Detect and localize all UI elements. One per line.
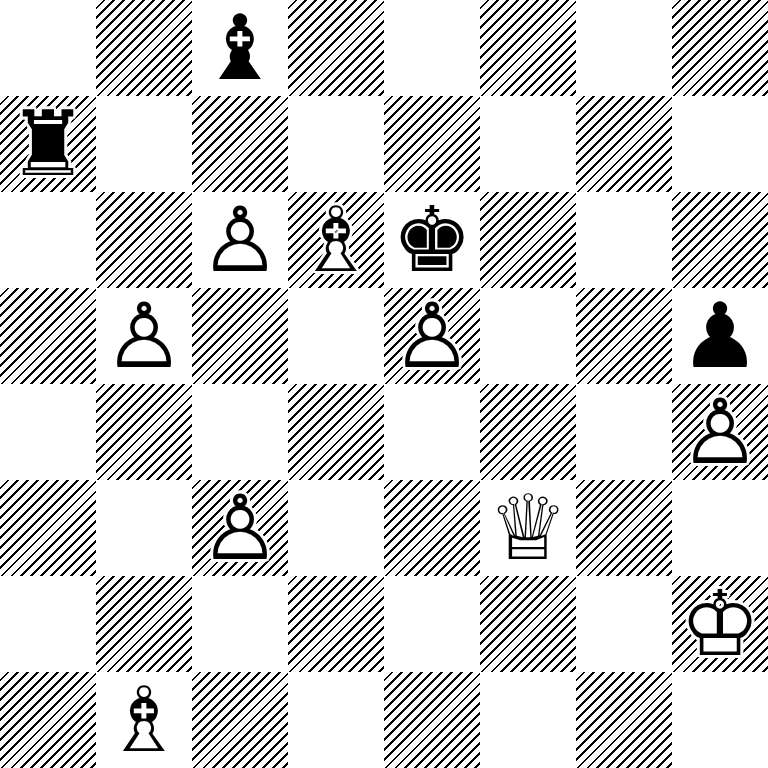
piece-black-bishop-c8: ♝ [192, 0, 288, 96]
square-b6[interactable] [96, 192, 192, 288]
square-c6[interactable]: ♟♙ [192, 192, 288, 288]
square-c5[interactable] [192, 288, 288, 384]
square-d1[interactable] [288, 672, 384, 768]
square-a7[interactable]: ♜ [0, 96, 96, 192]
white-pawn-glyph: ♙ [192, 480, 288, 576]
square-a8[interactable] [0, 0, 96, 96]
square-b5[interactable]: ♟♙ [96, 288, 192, 384]
square-g3[interactable] [576, 480, 672, 576]
white-bishop-glyph: ♗ [288, 192, 384, 288]
white-pawn-glyph: ♙ [96, 288, 192, 384]
square-c1[interactable] [192, 672, 288, 768]
square-c4[interactable] [192, 384, 288, 480]
square-d2[interactable] [288, 576, 384, 672]
square-d5[interactable] [288, 288, 384, 384]
piece-white-bishop-b1: ♝♗ [96, 672, 192, 768]
black-rook-glyph: ♜ [0, 96, 96, 192]
square-g8[interactable] [576, 0, 672, 96]
black-pawn-glyph: ♟ [672, 288, 768, 384]
square-h4[interactable]: ♟♙ [672, 384, 768, 480]
square-g1[interactable] [576, 672, 672, 768]
square-e8[interactable] [384, 0, 480, 96]
square-f1[interactable] [480, 672, 576, 768]
piece-white-pawn-c6: ♟♙ [192, 192, 288, 288]
square-b1[interactable]: ♝♗ [96, 672, 192, 768]
square-b3[interactable] [96, 480, 192, 576]
square-e4[interactable] [384, 384, 480, 480]
piece-white-queen-f3: ♛♕ [480, 480, 576, 576]
square-a4[interactable] [0, 384, 96, 480]
square-e1[interactable] [384, 672, 480, 768]
white-pawn-glyph: ♙ [672, 384, 768, 480]
square-f8[interactable] [480, 0, 576, 96]
piece-white-pawn-c3: ♟♙ [192, 480, 288, 576]
square-d4[interactable] [288, 384, 384, 480]
square-a3[interactable] [0, 480, 96, 576]
white-king-glyph: ♔ [672, 576, 768, 672]
white-queen-glyph: ♕ [480, 480, 576, 576]
white-bishop-glyph: ♗ [96, 672, 192, 768]
square-h6[interactable] [672, 192, 768, 288]
square-a5[interactable] [0, 288, 96, 384]
square-h8[interactable] [672, 0, 768, 96]
square-c8[interactable]: ♝ [192, 0, 288, 96]
piece-black-rook-a7: ♜ [0, 96, 96, 192]
piece-white-bishop-d6: ♝♗ [288, 192, 384, 288]
square-e5[interactable]: ♟♙ [384, 288, 480, 384]
square-g6[interactable] [576, 192, 672, 288]
square-a6[interactable] [0, 192, 96, 288]
square-d6[interactable]: ♝♗ [288, 192, 384, 288]
square-a2[interactable] [0, 576, 96, 672]
square-e6[interactable]: ♚ [384, 192, 480, 288]
square-h7[interactable] [672, 96, 768, 192]
square-b7[interactable] [96, 96, 192, 192]
square-c3[interactable]: ♟♙ [192, 480, 288, 576]
square-e7[interactable] [384, 96, 480, 192]
square-d3[interactable] [288, 480, 384, 576]
square-b4[interactable] [96, 384, 192, 480]
square-a1[interactable] [0, 672, 96, 768]
square-d8[interactable] [288, 0, 384, 96]
square-c2[interactable] [192, 576, 288, 672]
black-bishop-glyph: ♝ [192, 0, 288, 96]
square-b2[interactable] [96, 576, 192, 672]
piece-white-pawn-b5: ♟♙ [96, 288, 192, 384]
piece-white-king-h2: ♚♔ [672, 576, 768, 672]
square-f4[interactable] [480, 384, 576, 480]
square-f5[interactable] [480, 288, 576, 384]
square-c7[interactable] [192, 96, 288, 192]
square-h2[interactable]: ♚♔ [672, 576, 768, 672]
square-b8[interactable] [96, 0, 192, 96]
square-h3[interactable] [672, 480, 768, 576]
piece-white-pawn-h4: ♟♙ [672, 384, 768, 480]
piece-black-king-e6: ♚ [384, 192, 480, 288]
square-h5[interactable]: ♟ [672, 288, 768, 384]
square-f7[interactable] [480, 96, 576, 192]
square-g5[interactable] [576, 288, 672, 384]
piece-white-pawn-e5: ♟♙ [384, 288, 480, 384]
white-pawn-glyph: ♙ [384, 288, 480, 384]
black-king-glyph: ♚ [384, 192, 480, 288]
square-h1[interactable] [672, 672, 768, 768]
square-f6[interactable] [480, 192, 576, 288]
piece-black-pawn-h5: ♟ [672, 288, 768, 384]
square-e2[interactable] [384, 576, 480, 672]
square-g2[interactable] [576, 576, 672, 672]
square-d7[interactable] [288, 96, 384, 192]
chess-board: ♝♜♟♙♝♗♚♟♙♟♙♟♟♙♟♙♛♕♚♔♝♗ [0, 0, 768, 768]
square-e3[interactable] [384, 480, 480, 576]
square-g4[interactable] [576, 384, 672, 480]
square-f3[interactable]: ♛♕ [480, 480, 576, 576]
square-g7[interactable] [576, 96, 672, 192]
white-pawn-glyph: ♙ [192, 192, 288, 288]
square-f2[interactable] [480, 576, 576, 672]
